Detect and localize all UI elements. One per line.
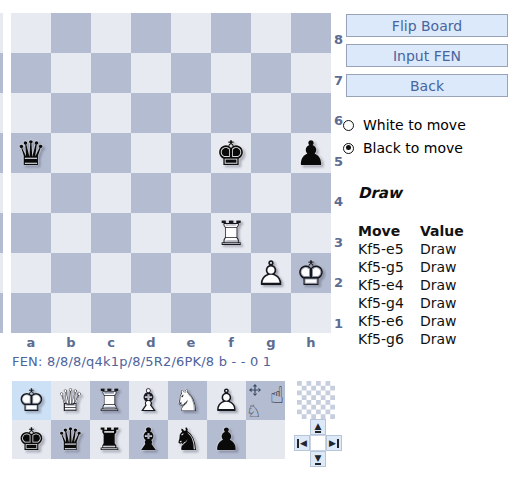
square-f1[interactable] [211, 293, 251, 333]
piece-white-bishop: ♝♗ [129, 381, 168, 420]
piece-white-pawn: ♟♙ [251, 253, 291, 293]
file-label-d: d [131, 336, 171, 350]
square-d3[interactable] [131, 213, 171, 253]
square-b2[interactable] [51, 253, 91, 293]
chess-board: ♛♚♟♜♖♟♙♚♔ [11, 13, 331, 333]
square-b3[interactable] [51, 213, 91, 253]
square-h4[interactable] [291, 173, 331, 213]
square-e1[interactable] [171, 293, 211, 333]
file-label-f: f [211, 336, 251, 350]
square-h5[interactable]: ♟ [291, 133, 331, 173]
piece-black-king: ♚ [211, 133, 251, 173]
down-to-bar-arrow-icon: ▼ [315, 454, 322, 465]
moves-header-value: Value [420, 223, 464, 239]
square-a5[interactable]: ♛ [11, 133, 51, 173]
square-c8[interactable] [91, 13, 131, 53]
endgame-tablebase-page: ♛♚♟♜♖♟♙♚♔ 87654321 abcdefgh FEN: 8/8/8/q… [0, 0, 528, 489]
evaluation-result: Draw [358, 184, 402, 202]
flip-board-button[interactable]: Flip Board [346, 14, 508, 37]
square-h6[interactable] [291, 93, 331, 133]
left-to-bar-arrow-icon: ◀ [297, 439, 307, 448]
palette-white-queen[interactable]: ♛♕ [51, 381, 90, 420]
white-to-move-label: White to move [363, 117, 466, 133]
white-to-move-radio[interactable]: White to move [343, 117, 466, 133]
square-h2[interactable]: ♚♔ [291, 253, 331, 293]
piece-black-knight: ♞ [168, 420, 207, 459]
square-e7[interactable] [171, 53, 211, 93]
square-g4[interactable] [251, 173, 291, 213]
square-e2[interactable] [171, 253, 211, 293]
square-a2[interactable] [11, 253, 51, 293]
square-b1[interactable] [51, 293, 91, 333]
move-cross-icon [249, 384, 261, 396]
rank-label-2: 2 [331, 276, 346, 290]
square-a4[interactable] [11, 173, 51, 213]
checkered-transparency-swatch[interactable] [297, 381, 335, 419]
value-cell: Draw [420, 313, 464, 329]
square-d2[interactable] [131, 253, 171, 293]
square-d7[interactable] [131, 53, 171, 93]
file-label-c: c [91, 336, 131, 350]
board-edge-sliver [0, 13, 3, 333]
square-f3[interactable]: ♜♖ [211, 213, 251, 253]
palette-black-queen[interactable]: ♛ [51, 420, 90, 459]
piece-white-queen: ♛♕ [51, 381, 90, 420]
square-f8[interactable] [211, 13, 251, 53]
piece-black-queen: ♛ [51, 420, 90, 459]
up-to-bar-arrow-icon: ▲ [315, 422, 322, 433]
nav-right-button[interactable]: ▶ [326, 435, 342, 451]
square-d5[interactable] [131, 133, 171, 173]
square-h1[interactable] [291, 293, 331, 333]
piece-white-king: ♚♔ [12, 381, 51, 420]
piece-black-pawn: ♟ [291, 133, 331, 173]
square-b6[interactable] [51, 93, 91, 133]
rank-label-3: 3 [331, 236, 346, 250]
fen-caption: FEN: 8/8/8/q4k1p/8/5R2/6PK/8 b - - 0 1 [12, 354, 271, 369]
square-g5[interactable] [251, 133, 291, 173]
piece-white-pawn: ♟♙ [207, 381, 246, 420]
piece-white-rook: ♜♖ [211, 213, 251, 253]
value-cell: Draw [420, 277, 464, 293]
square-c5[interactable] [91, 133, 131, 173]
move-row[interactable]: Kf5-e4Draw [358, 276, 464, 294]
square-c2[interactable] [91, 253, 131, 293]
square-f5[interactable]: ♚ [211, 133, 251, 173]
piece-black-pawn: ♟ [207, 420, 246, 459]
square-h3[interactable] [291, 213, 331, 253]
value-cell: Draw [420, 331, 464, 347]
piece-black-king: ♚ [12, 420, 51, 459]
move-cell[interactable]: Kf5-e5 [358, 241, 420, 257]
square-e6[interactable] [171, 93, 211, 133]
square-g3[interactable] [251, 213, 291, 253]
square-f4[interactable] [211, 173, 251, 213]
square-c7[interactable] [91, 53, 131, 93]
palette-white-pawn[interactable]: ♟♙ [207, 381, 246, 420]
square-f6[interactable] [211, 93, 251, 133]
nav-down-button[interactable]: ▼ [310, 451, 326, 467]
square-b8[interactable] [51, 13, 91, 53]
piece-black-bishop: ♝ [129, 420, 168, 459]
move-cell[interactable]: Kf5-g5 [358, 259, 420, 275]
radio-unselected-icon [343, 120, 354, 131]
square-g1[interactable] [251, 293, 291, 333]
moves-table-header: Move Value [358, 222, 464, 240]
square-g2[interactable]: ♟♙ [251, 253, 291, 293]
move-cell[interactable]: Kf5-g6 [358, 331, 420, 347]
square-g7[interactable] [251, 53, 291, 93]
moves-table: Move Value Kf5-e5DrawKf5-g5DrawKf5-e4Dra… [358, 222, 464, 348]
hand-move-icon: ♘☝ [246, 381, 285, 420]
palette-black-bishop[interactable]: ♝ [129, 420, 168, 459]
moves-header-move: Move [358, 223, 420, 239]
square-f7[interactable] [211, 53, 251, 93]
square-h8[interactable] [291, 13, 331, 53]
nav-up-button[interactable]: ▲ [310, 419, 326, 435]
rank-label-7: 7 [331, 74, 346, 88]
nav-left-button[interactable]: ◀ [294, 435, 310, 451]
nav-center-cell [310, 435, 326, 451]
square-h7[interactable] [291, 53, 331, 93]
file-label-g: g [251, 336, 291, 350]
black-to-move-label: Black to move [363, 140, 463, 156]
palette-white-bishop[interactable]: ♝♗ [129, 381, 168, 420]
value-cell: Draw [420, 241, 464, 257]
palette-empty-cell [246, 420, 285, 459]
square-c6[interactable] [91, 93, 131, 133]
square-b7[interactable] [51, 53, 91, 93]
square-c4[interactable] [91, 173, 131, 213]
palette-white-king[interactable]: ♚♔ [12, 381, 51, 420]
value-cell: Draw [420, 295, 464, 311]
right-to-bar-arrow-icon: ▶ [329, 439, 339, 448]
hand-cursor-icon: ☝ [270, 384, 284, 407]
piece-white-knight: ♞♘ [168, 381, 207, 420]
square-g6[interactable] [251, 93, 291, 133]
file-label-h: h [291, 336, 331, 350]
square-b5[interactable] [51, 133, 91, 173]
piece-white-rook: ♜♖ [90, 381, 129, 420]
square-c3[interactable] [91, 213, 131, 253]
square-d6[interactable] [131, 93, 171, 133]
file-label-e: e [171, 336, 211, 350]
palette-black-knight[interactable]: ♞ [168, 420, 207, 459]
palette-white-rook[interactable]: ♜♖ [90, 381, 129, 420]
palette-black-rook[interactable]: ♜ [90, 420, 129, 459]
square-d8[interactable] [131, 13, 171, 53]
square-a3[interactable] [11, 213, 51, 253]
square-b4[interactable] [51, 173, 91, 213]
knight-ghost-icon: ♘ [246, 403, 261, 420]
square-e3[interactable] [171, 213, 211, 253]
square-e5[interactable] [171, 133, 211, 173]
palette-white-knight[interactable]: ♞♘ [168, 381, 207, 420]
move-cell[interactable]: Kf5-g4 [358, 295, 420, 311]
rank-label-8: 8 [331, 33, 346, 47]
palette-move-tool[interactable]: ♘☝ [246, 381, 285, 420]
piece-palette: ♚♔♛♕♜♖♝♗♞♘♟♙♘☝♚♛♜♝♞♟ [12, 381, 285, 459]
square-g8[interactable] [251, 13, 291, 53]
square-a6[interactable] [11, 93, 51, 133]
radio-selected-icon [343, 143, 354, 154]
square-e4[interactable] [171, 173, 211, 213]
move-row[interactable]: Kf5-g6Draw [358, 330, 464, 348]
square-f2[interactable] [211, 253, 251, 293]
square-a1[interactable] [11, 293, 51, 333]
move-cell[interactable]: Kf5-e4 [358, 277, 420, 293]
file-label-a: a [11, 336, 51, 350]
square-a8[interactable] [11, 13, 51, 53]
square-d4[interactable] [131, 173, 171, 213]
rank-label-4: 4 [331, 195, 346, 209]
square-c1[interactable] [91, 293, 131, 333]
square-d1[interactable] [131, 293, 171, 333]
piece-black-rook: ♜ [90, 420, 129, 459]
square-e8[interactable] [171, 13, 211, 53]
piece-black-queen: ♛ [11, 133, 51, 173]
move-cell[interactable]: Kf5-e6 [358, 313, 420, 329]
back-button[interactable]: Back [346, 74, 508, 97]
rank-label-5: 5 [331, 155, 346, 169]
move-row[interactable]: Kf5-g4Draw [358, 294, 464, 312]
square-a7[interactable] [11, 53, 51, 93]
move-row[interactable]: Kf5-g5Draw [358, 258, 464, 276]
value-cell: Draw [420, 259, 464, 275]
palette-black-king[interactable]: ♚ [12, 420, 51, 459]
rank-label-1: 1 [331, 317, 346, 331]
piece-white-king: ♚♔ [291, 253, 331, 293]
input-fen-button[interactable]: Input FEN [346, 44, 508, 67]
file-label-b: b [51, 336, 91, 350]
black-to-move-radio[interactable]: Black to move [343, 140, 463, 156]
move-row[interactable]: Kf5-e6Draw [358, 312, 464, 330]
move-row[interactable]: Kf5-e5Draw [358, 240, 464, 258]
palette-black-pawn[interactable]: ♟ [207, 420, 246, 459]
